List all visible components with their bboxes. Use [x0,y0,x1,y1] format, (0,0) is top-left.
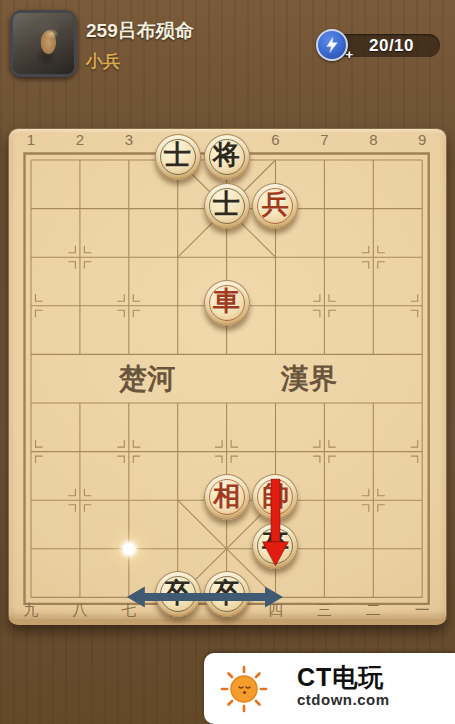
level-title: 259吕布殒命 [86,18,194,44]
piece-red-chariot[interactable]: 車 [204,280,250,326]
game-screen: 259吕布殒命 小兵 + 20/10 楚河 漢界 士将士兵車相帥卒卒卒 1234… [0,0,455,724]
piece-black-advisor[interactable]: 士 [155,134,201,180]
energy-pill[interactable]: + 20/10 [317,34,440,57]
watermark-domain: ctdown.com [297,691,390,709]
piece-red-general[interactable]: 帥 [252,474,298,520]
avatar[interactable] [10,10,77,77]
piece-black-soldier[interactable]: 卒 [252,523,298,569]
piece-label: 車 [213,288,240,315]
xiangqi-board[interactable]: 楚河 漢界 士将士兵車相帥卒卒卒 123456789九八七六五四三二一 [8,128,447,625]
energy-count: 20/10 [353,34,430,57]
piece-label: 帥 [262,483,289,510]
piece-red-soldier[interactable]: 兵 [252,183,298,229]
piece-label: 士 [164,142,191,169]
pieces-grid: 士将士兵車相帥卒卒卒 [7,136,447,622]
plus-icon: + [345,47,353,62]
piece-red-elephant[interactable]: 相 [204,474,250,520]
piece-label: 卒 [262,531,289,558]
sun-icon [220,665,268,713]
piece-black-general[interactable]: 将 [204,134,250,180]
piece-label: 将 [213,142,240,169]
level-rank: 小兵 [86,50,194,73]
lightning-icon: + [316,29,348,61]
top-bar: 259吕布殒命 小兵 + 20/10 [0,0,455,100]
level-info: 259吕布殒命 小兵 [86,18,194,73]
piece-label: 士 [213,191,240,218]
watermark: CT电玩 ctdown.com [204,653,455,724]
piece-label: 卒 [164,580,191,607]
piece-label: 卒 [213,580,240,607]
piece-label: 相 [213,483,240,510]
piece-black-advisor[interactable]: 士 [204,183,250,229]
piece-black-soldier[interactable]: 卒 [155,571,201,617]
watermark-brand: CT电玩 [297,663,390,691]
piece-black-soldier[interactable]: 卒 [204,571,250,617]
avatar-image [13,13,74,74]
piece-label: 兵 [262,191,289,218]
